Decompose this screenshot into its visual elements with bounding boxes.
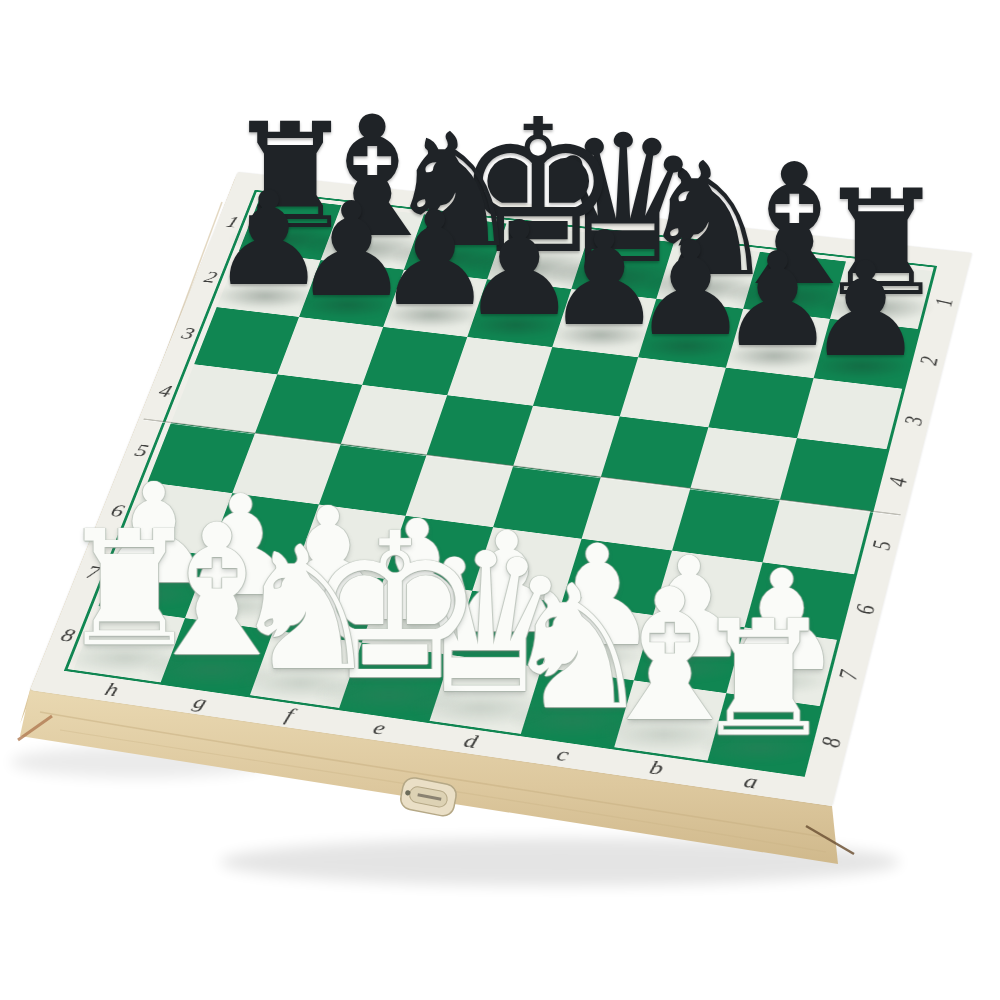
pieces-layer: ♜♝♞♛♚♞♝♜♟♟♟♟♟♟♟♟♟♟♟♟♟♟♟♟♜♝♞♛♚♞♝♜ bbox=[0, 0, 1000, 1000]
product-photo-scene: 1234567812345678hgfedcba ♜♝♞♛♚♞♝♜♟♟♟♟♟♟♟… bbox=[0, 0, 1000, 1000]
piece-white-rook-h8[interactable]: ♜ bbox=[58, 510, 201, 669]
piece-black-pawn-h2[interactable]: ♟ bbox=[211, 175, 327, 305]
